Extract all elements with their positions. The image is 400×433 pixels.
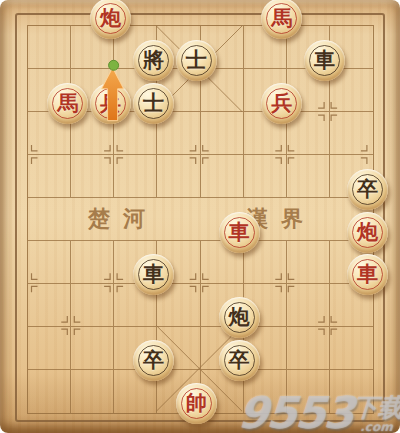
xiangqi-board: 楚河 漢界 炮馬將士車馬兵士兵卒車炮車車炮卒卒帥 9553 下载 .com <box>0 0 400 433</box>
watermark-domain: .com <box>359 421 392 433</box>
move-target-dot[interactable] <box>109 60 119 70</box>
move-hint-layer <box>0 0 400 433</box>
move-arrow <box>102 68 124 121</box>
watermark-number: 9553 <box>236 393 353 433</box>
watermark-download-label: 下载 <box>352 395 400 420</box>
watermark: 9553 下载 .com <box>236 393 400 433</box>
